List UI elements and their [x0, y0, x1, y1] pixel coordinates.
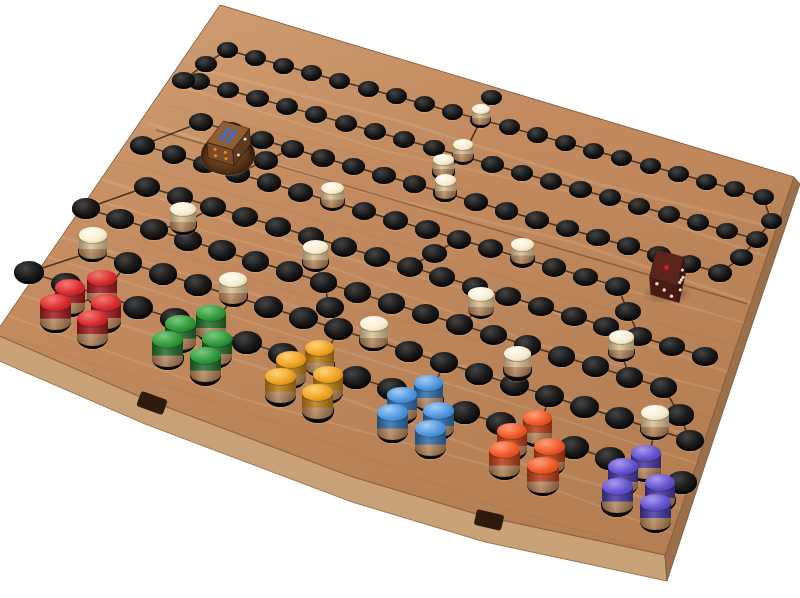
track-hole-r0c15[interactable] [640, 158, 661, 174]
track-hole-r4c5[interactable] [265, 217, 291, 237]
purple-peg-base[interactable] [640, 494, 671, 530]
track-hole-r2c14[interactable] [586, 229, 610, 247]
track-hole-r0c0[interactable] [217, 42, 238, 58]
track-hole-r5c4[interactable] [208, 240, 235, 261]
peg-top [534, 438, 564, 455]
track-hole-r3c15[interactable] [605, 277, 630, 296]
peg-top [453, 139, 473, 150]
barricade-peg[interactable] [504, 346, 531, 377]
peg-top [196, 305, 226, 321]
track-hole-Z4[interactable] [422, 244, 448, 263]
purple-peg-base[interactable] [602, 478, 633, 514]
peg-top [303, 240, 329, 254]
barricade-peg[interactable] [511, 238, 534, 264]
track-hole-r4c14[interactable] [561, 307, 587, 327]
peg-top [645, 474, 675, 491]
track-hole-r0c5[interactable] [358, 81, 379, 97]
peg-top [165, 315, 195, 332]
track-hole-r2c5[interactable] [311, 149, 335, 167]
peg-top [387, 387, 417, 404]
barricade-peg[interactable] [472, 104, 490, 125]
track-hole-r5c14[interactable] [548, 346, 575, 367]
track-hole-r0c8[interactable] [442, 104, 463, 120]
peg-top [608, 458, 638, 475]
peg-top [609, 330, 634, 344]
track-hole-r7c6[interactable] [232, 331, 262, 354]
track-hole-r4c8[interactable] [364, 247, 390, 267]
track-hole-Rc3[interactable] [666, 404, 694, 425]
barricade-peg[interactable] [303, 240, 329, 269]
yellow-peg-base[interactable] [302, 384, 333, 420]
track-hole-r4c9[interactable] [397, 257, 423, 277]
track-hole-r6c6[interactable] [254, 296, 283, 318]
peg-top [433, 154, 454, 165]
track-hole-r3c5[interactable] [288, 183, 313, 202]
peg-top [265, 368, 296, 385]
die-blue-six[interactable] [193, 109, 263, 179]
track-hole-r4c3[interactable] [200, 197, 226, 217]
track-hole-r7c12[interactable] [450, 401, 480, 424]
track-hole-r5c1[interactable] [106, 209, 133, 230]
board-scene [0, 0, 800, 598]
barricade-peg[interactable] [321, 182, 344, 208]
track-hole-r5c2[interactable] [140, 219, 167, 240]
track-hole-r1c19[interactable] [746, 231, 768, 248]
barricade-peg[interactable] [609, 330, 634, 359]
track-hole-r6c16[interactable] [605, 407, 634, 429]
peg-top [435, 174, 456, 186]
track-hole-r4c4[interactable] [232, 207, 258, 227]
track-hole-r6c2[interactable] [114, 252, 143, 274]
track-hole-r2c7[interactable] [372, 167, 396, 185]
track-hole-r2c11[interactable] [495, 202, 519, 220]
track-hole-r1c5[interactable] [335, 115, 357, 132]
track-hole-r5c16[interactable] [616, 367, 643, 388]
orange-peg-base[interactable] [527, 457, 558, 493]
peg-top [276, 351, 306, 368]
track-hole-r1c13[interactable] [569, 181, 591, 198]
peg-top [170, 202, 196, 216]
green-peg-base[interactable] [190, 347, 221, 383]
track-hole-r0c13[interactable] [583, 143, 604, 159]
track-hole-Rc2[interactable] [730, 249, 753, 266]
peg-top [219, 272, 247, 287]
barricade-peg[interactable] [453, 139, 473, 162]
track-hole-r0c19[interactable] [753, 189, 774, 205]
track-hole-r1c2[interactable] [246, 90, 268, 107]
track-hole-r3c10[interactable] [447, 230, 472, 249]
track-hole-r5c5[interactable] [242, 251, 269, 272]
peg-top [527, 457, 558, 474]
yellow-peg-base[interactable] [265, 368, 296, 404]
barricade-peg[interactable] [79, 227, 107, 259]
track-hole-r1c12[interactable] [540, 173, 562, 190]
track-hole-r2c10[interactable] [464, 193, 488, 211]
track-hole-r1c6[interactable] [364, 123, 386, 140]
peg-top [468, 287, 493, 301]
red-peg-base[interactable] [77, 310, 108, 346]
track-hole-r6c12[interactable] [465, 363, 494, 385]
track-hole-r0c16[interactable] [668, 166, 689, 182]
track-hole-r2c12[interactable] [525, 211, 549, 229]
track-hole-r3c8[interactable] [383, 211, 408, 230]
track-hole-r6c14[interactable] [535, 385, 564, 407]
track-hole-r7c0[interactable] [14, 261, 44, 284]
track-hole-r1c11[interactable] [511, 165, 533, 182]
peg-top [602, 478, 633, 495]
red-peg-base[interactable] [40, 294, 71, 330]
track-hole-r4c1[interactable] [134, 177, 160, 197]
track-hole-r1c16[interactable] [658, 206, 680, 223]
track-hole-r0c17[interactable] [696, 174, 717, 190]
track-hole-r2c4[interactable] [281, 140, 305, 158]
blue-peg-base[interactable] [377, 404, 408, 440]
track-hole-r1c15[interactable] [628, 198, 650, 215]
track-hole-r4c10[interactable] [429, 267, 455, 287]
track-hole-r0c1[interactable] [245, 50, 266, 66]
green-peg-base[interactable] [152, 331, 183, 367]
peg-top [472, 104, 490, 114]
peg-top [190, 347, 221, 364]
orange-peg-base[interactable] [489, 441, 520, 477]
track-hole-r7c3[interactable] [123, 296, 153, 319]
track-hole-r0c10[interactable] [499, 119, 520, 135]
track-hole-r6c3[interactable] [149, 263, 178, 285]
peg-top [414, 375, 444, 391]
track-hole-r5c15[interactable] [582, 356, 609, 377]
track-hole-r1c10[interactable] [481, 156, 503, 173]
blue-peg-base[interactable] [415, 420, 446, 456]
track-hole-Z6[interactable] [316, 297, 344, 318]
peg-top [511, 238, 534, 251]
track-hole-r6c4[interactable] [184, 274, 213, 296]
barricade-peg[interactable] [435, 174, 456, 199]
peg-top [87, 270, 117, 286]
track-hole-r4c18[interactable] [692, 347, 718, 367]
barricade-peg[interactable] [468, 287, 493, 316]
barricade-peg[interactable] [360, 316, 388, 348]
peg-top [79, 227, 107, 242]
track-hole-r6c7[interactable] [289, 307, 318, 329]
barricade-peg[interactable] [641, 405, 669, 437]
track-hole-r5c0[interactable] [72, 198, 99, 219]
peg-top [423, 402, 453, 419]
track-hole-r0c12[interactable] [555, 135, 576, 151]
track-hole-r0c2[interactable] [273, 58, 294, 74]
track-hole-r7c9[interactable] [341, 366, 371, 389]
peg-top [202, 330, 232, 347]
track-hole-r1c3[interactable] [276, 98, 298, 115]
track-hole-Lc1[interactable] [195, 56, 217, 72]
track-hole-r6c8[interactable] [324, 318, 353, 340]
peg-top [321, 182, 344, 195]
peg-top [302, 384, 333, 401]
track-hole-Lc2[interactable] [172, 72, 194, 89]
track-hole-r5c11[interactable] [446, 314, 473, 335]
track-hole-r5c7[interactable] [310, 272, 337, 293]
die-maroon-one[interactable] [629, 239, 704, 314]
track-hole-r2c18[interactable] [708, 264, 732, 282]
peg-top [641, 405, 669, 420]
peg-top [313, 366, 343, 383]
barricade-peg[interactable] [170, 202, 196, 232]
peg-top [640, 494, 671, 511]
track-hole-r0c11[interactable] [527, 127, 548, 143]
track-hole-r5c9[interactable] [378, 293, 405, 314]
track-hole-r4c7[interactable] [331, 237, 357, 257]
barricade-peg[interactable] [219, 272, 247, 304]
track-hole-r6c15[interactable] [570, 396, 599, 418]
track-hole-r3c0[interactable] [130, 136, 155, 155]
